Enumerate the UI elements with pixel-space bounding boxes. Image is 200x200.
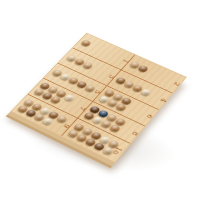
ball-brown[interactable] (137, 65, 149, 74)
ball-row (129, 61, 149, 73)
ball-row (66, 54, 94, 70)
cell-number: 4 (158, 97, 168, 103)
cell-number: 8 (129, 130, 139, 137)
ball-group (66, 54, 94, 70)
cell-number: 2 (171, 81, 180, 87)
ball-row (80, 39, 92, 47)
ball-group (80, 39, 92, 47)
cell-number: 6 (144, 113, 154, 119)
photo-background: 12345678910 (0, 0, 200, 200)
ball-cream[interactable] (140, 88, 152, 97)
ball-honey[interactable] (80, 39, 92, 47)
ball-tan[interactable] (82, 61, 94, 70)
ball-group (129, 61, 149, 73)
